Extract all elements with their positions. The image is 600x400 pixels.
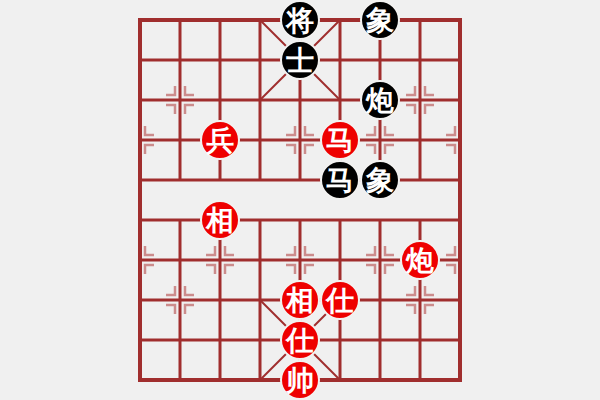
xiangqi-board[interactable]: 将象士炮马象兵马相炮相仕仕帅 <box>0 0 600 400</box>
point-marker <box>406 105 415 114</box>
point-marker <box>385 246 394 255</box>
piece-red-soldier[interactable]: 兵 <box>201 121 239 159</box>
point-marker <box>286 265 295 274</box>
point-marker <box>446 145 455 154</box>
point-marker <box>446 126 455 135</box>
point-marker <box>185 305 194 314</box>
piece-label-soldier: 兵 <box>206 125 234 156</box>
point-marker <box>185 105 194 114</box>
piece-label-advisor: 仕 <box>324 285 354 316</box>
piece-label-elephant: 相 <box>285 285 314 316</box>
point-marker <box>206 246 215 255</box>
xiangqi-app: 将象士炮马象兵马相炮相仕仕帅 <box>0 0 600 400</box>
point-marker <box>286 126 295 135</box>
point-marker <box>286 145 295 154</box>
point-marker <box>406 305 415 314</box>
piece-red-general[interactable]: 帅 <box>281 361 319 399</box>
point-marker <box>145 126 154 135</box>
point-marker <box>425 86 434 95</box>
point-marker <box>425 305 434 314</box>
point-marker <box>446 246 455 255</box>
piece-red-advisor[interactable]: 仕 <box>321 281 359 319</box>
point-marker <box>385 126 394 135</box>
piece-label-cannon: 炮 <box>364 85 394 116</box>
piece-label-general: 将 <box>285 5 314 36</box>
point-marker <box>366 145 375 154</box>
point-marker <box>166 305 175 314</box>
point-marker <box>406 86 415 95</box>
point-marker <box>385 265 394 274</box>
piece-label-general: 帅 <box>285 365 314 396</box>
point-marker <box>145 265 154 274</box>
point-marker <box>206 265 215 274</box>
point-marker <box>145 246 154 255</box>
piece-red-elephant[interactable]: 相 <box>201 201 239 239</box>
point-marker <box>185 286 194 295</box>
point-marker <box>305 145 314 154</box>
point-marker <box>366 126 375 135</box>
piece-red-elephant[interactable]: 相 <box>281 281 319 319</box>
point-marker <box>286 246 295 255</box>
piece-label-horse: 马 <box>326 165 354 196</box>
piece-label-advisor: 士 <box>286 45 314 76</box>
point-marker <box>425 105 434 114</box>
point-marker <box>145 145 154 154</box>
point-marker <box>166 86 175 95</box>
piece-label-elephant: 相 <box>205 205 234 236</box>
point-marker <box>406 286 415 295</box>
point-marker <box>385 145 394 154</box>
piece-label-cannon: 炮 <box>404 245 434 276</box>
point-marker <box>305 265 314 274</box>
piece-black-elephant[interactable]: 象 <box>361 1 399 39</box>
point-marker <box>225 246 234 255</box>
piece-red-horse[interactable]: 马 <box>321 121 359 159</box>
piece-label-elephant: 象 <box>365 165 394 196</box>
point-marker <box>446 265 455 274</box>
piece-black-general[interactable]: 将 <box>281 1 319 39</box>
piece-black-advisor[interactable]: 士 <box>281 41 319 79</box>
point-marker <box>366 265 375 274</box>
piece-label-advisor: 仕 <box>284 325 314 356</box>
point-marker <box>305 126 314 135</box>
point-marker <box>425 286 434 295</box>
piece-red-cannon[interactable]: 炮 <box>401 241 439 279</box>
piece-black-horse[interactable]: 马 <box>321 161 359 199</box>
point-marker <box>166 105 175 114</box>
point-marker <box>166 286 175 295</box>
point-marker <box>366 246 375 255</box>
piece-black-cannon[interactable]: 炮 <box>361 81 399 119</box>
piece-black-elephant[interactable]: 象 <box>361 161 399 199</box>
point-marker <box>185 86 194 95</box>
point-marker <box>305 246 314 255</box>
piece-label-horse: 马 <box>326 125 354 156</box>
piece-red-advisor[interactable]: 仕 <box>281 321 319 359</box>
piece-label-elephant: 象 <box>365 5 394 36</box>
point-marker <box>225 265 234 274</box>
